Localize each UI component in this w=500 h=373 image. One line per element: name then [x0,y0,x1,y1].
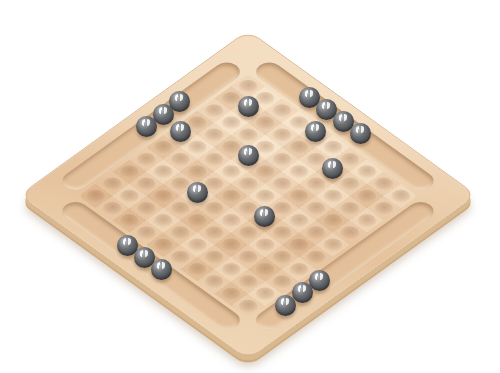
dimple-cell[interactable] [99,199,126,218]
dimple-cell[interactable] [201,272,228,291]
marble-on-grid[interactable] [238,96,259,117]
dimple-cell[interactable] [184,162,211,181]
dimple-cell[interactable] [235,247,262,266]
dimple-cell[interactable] [184,235,211,254]
dimple-cell[interactable] [252,260,279,279]
dimple-cell[interactable] [269,272,296,291]
dimple-cell[interactable] [150,186,177,205]
dimple-cell[interactable] [235,272,262,291]
dimple-cell[interactable] [269,223,296,242]
dimple-cell[interactable] [150,211,177,230]
dimple-cell[interactable] [116,186,143,205]
dimple-cell[interactable] [370,174,397,193]
board [19,30,477,360]
dimple-cell[interactable] [218,235,245,254]
dimple-cell[interactable] [116,162,143,181]
marble-on-grid[interactable] [170,121,191,142]
dimple-cell[interactable] [302,174,329,193]
marble-in-trough-top-right[interactable] [350,123,371,144]
dimple-cell[interactable] [285,260,312,279]
dimple-cell[interactable] [302,199,329,218]
dimple-cell[interactable] [353,186,380,205]
dimple-cell[interactable] [269,174,296,193]
dimple-cell[interactable] [133,174,160,193]
dimple-cell[interactable] [201,125,228,144]
dimple-cell[interactable] [201,101,228,120]
dimple-cell[interactable] [252,113,279,132]
dimple-cell[interactable] [184,260,211,279]
dimple-cell[interactable] [319,211,346,230]
dimple-cell[interactable] [150,162,177,181]
dimple-cell[interactable] [319,137,346,156]
dimple-cell[interactable] [252,235,279,254]
dimple-cell[interactable] [285,211,312,230]
dimple-cell[interactable] [269,247,296,266]
dimple-cell[interactable] [218,162,245,181]
dimple-cell[interactable] [387,186,414,205]
dimple-cell[interactable] [82,186,109,205]
dimple-cell[interactable] [99,174,126,193]
dimple-cell[interactable] [184,211,211,230]
dimple-cell[interactable] [167,199,194,218]
dimple-cell[interactable] [252,284,279,303]
dimple-cell[interactable] [336,199,363,218]
dimple-cell[interactable] [235,223,262,242]
dimple-cell[interactable] [235,296,262,315]
dimple-cell[interactable] [285,137,312,156]
dimple-cell[interactable] [319,186,346,205]
marble-in-trough-bottom-right[interactable] [275,295,296,316]
dimple-cell[interactable] [184,137,211,156]
dimple-cell[interactable] [150,137,177,156]
dimple-cell[interactable] [319,235,346,254]
dimple-cell[interactable] [235,76,262,95]
dimple-cell[interactable] [235,125,262,144]
dimple-cell[interactable] [116,211,143,230]
dimple-cell[interactable] [218,284,245,303]
dimple-cell[interactable] [218,113,245,132]
dimple-cell[interactable] [269,150,296,169]
dimple-cell[interactable] [133,223,160,242]
dimple-cell[interactable] [336,223,363,242]
dimple-cell[interactable] [133,150,160,169]
dimple-cell[interactable] [218,186,245,205]
dimple-cell[interactable] [353,211,380,230]
marble-in-trough-top-left[interactable] [136,116,157,137]
dimple-cell[interactable] [133,199,160,218]
marble-on-grid[interactable] [322,158,343,179]
board-wrap [19,30,477,360]
marble-in-trough-bottom-left[interactable] [151,259,172,280]
dimple-cell[interactable] [336,174,363,193]
dimple-cell[interactable] [370,199,397,218]
dimple-cell[interactable] [235,174,262,193]
dimple-cell[interactable] [167,223,194,242]
marble-on-grid[interactable] [187,182,208,203]
dimple-cell[interactable] [302,223,329,242]
dimple-cell[interactable] [201,150,228,169]
dimple-cell[interactable] [302,247,329,266]
dimple-cell[interactable] [269,101,296,120]
dimple-cell[interactable] [252,186,279,205]
stage [0,0,500,373]
dimple-cell[interactable] [285,235,312,254]
marble-on-grid[interactable] [238,145,259,166]
dimple-cell[interactable] [218,260,245,279]
dimple-cell[interactable] [353,162,380,181]
dimple-cell[interactable] [167,150,194,169]
dimple-cell[interactable] [252,162,279,181]
dimple-cell[interactable] [269,125,296,144]
dimple-cell[interactable] [201,247,228,266]
dimple-cell[interactable] [285,162,312,181]
dimple-cell[interactable] [285,186,312,205]
dimple-cell[interactable] [218,211,245,230]
dimple-cell[interactable] [201,199,228,218]
dimple-cell[interactable] [201,223,228,242]
